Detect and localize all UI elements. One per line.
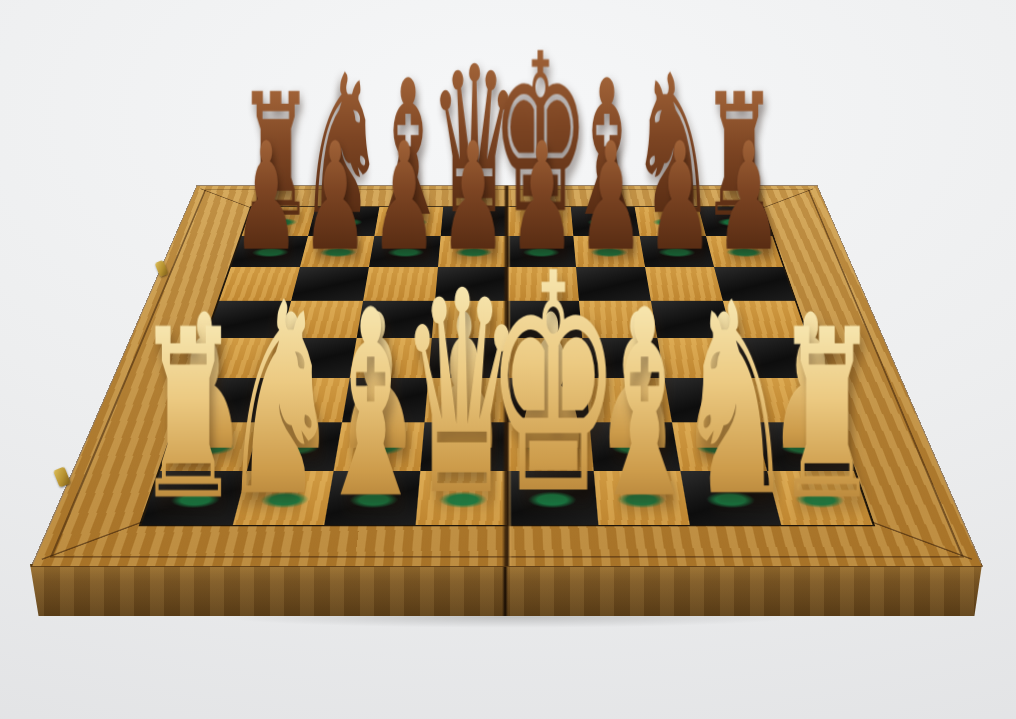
chess-set-photo: { "game": "chess", "subject": "folding w… xyxy=(0,0,1016,719)
piece-slot-e1: ♚ xyxy=(507,471,598,525)
piece-slot-c1: ♝ xyxy=(324,471,420,525)
white-rook-h1[interactable]: ♜ xyxy=(774,309,879,524)
piece-slot-h1: ♜ xyxy=(767,471,872,525)
pieces-layer: ♜♞♝♛♚♝♞♜♟♟♟♟♟♟♟♟♟♟♟♟♟♟♟♟♜♞♝♛♚♝♞♜ xyxy=(32,186,982,566)
white-rook-a1[interactable]: ♜ xyxy=(135,309,240,524)
white-king-e1[interactable]: ♚ xyxy=(485,246,620,524)
piece-slot-a1: ♜ xyxy=(141,471,246,525)
chess-board: ♜♞♝♛♚♝♞♜♟♟♟♟♟♟♟♟♟♟♟♟♟♟♟♟♜♞♝♛♚♝♞♜ xyxy=(32,186,982,566)
white-bishop-c1[interactable]: ♝ xyxy=(312,286,428,523)
scene: ♜♞♝♛♚♝♞♜♟♟♟♟♟♟♟♟♟♟♟♟♟♟♟♟♜♞♝♛♚♝♞♜ xyxy=(0,0,1016,719)
